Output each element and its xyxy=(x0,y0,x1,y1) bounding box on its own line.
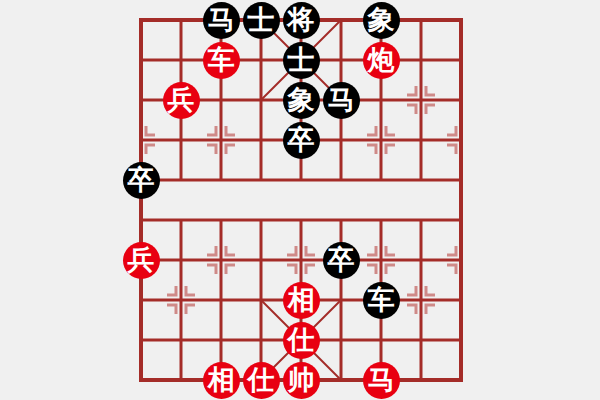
xiangqi-board[interactable]: 马士将象士象马卒卒卒车车炮兵兵相仕相仕帅马 xyxy=(121,0,481,400)
piece-black-soldier[interactable]: 卒 xyxy=(281,120,321,160)
piece-glyph: 炮 xyxy=(363,42,400,79)
pieces-layer: 马士将象士象马卒卒卒车车炮兵兵相仕相仕帅马 xyxy=(121,0,481,400)
piece-glyph: 马 xyxy=(363,362,400,399)
piece-red-soldier[interactable]: 兵 xyxy=(121,240,161,280)
piece-red-horse[interactable]: 马 xyxy=(361,360,401,400)
piece-glyph: 仕 xyxy=(243,362,280,399)
piece-glyph: 象 xyxy=(363,2,400,39)
xiangqi-app: 马士将象士象马卒卒卒车车炮兵兵相仕相仕帅马 xyxy=(0,0,600,400)
piece-red-advisor[interactable]: 仕 xyxy=(281,320,321,360)
piece-glyph: 卒 xyxy=(283,122,320,159)
piece-glyph: 士 xyxy=(243,2,280,39)
piece-red-elephant[interactable]: 相 xyxy=(281,280,321,320)
piece-glyph: 卒 xyxy=(323,242,360,279)
piece-glyph: 相 xyxy=(283,282,320,319)
piece-glyph: 马 xyxy=(323,82,360,119)
piece-glyph: 仕 xyxy=(283,322,320,359)
piece-black-advisor[interactable]: 士 xyxy=(281,40,321,80)
piece-red-advisor[interactable]: 仕 xyxy=(241,360,281,400)
piece-glyph: 相 xyxy=(203,362,240,399)
piece-black-chariot[interactable]: 车 xyxy=(361,280,401,320)
piece-glyph: 象 xyxy=(283,82,320,119)
piece-glyph: 将 xyxy=(283,2,320,39)
piece-black-horse[interactable]: 马 xyxy=(321,80,361,120)
piece-glyph: 车 xyxy=(363,282,400,319)
piece-glyph: 帅 xyxy=(283,362,320,399)
piece-black-elephant[interactable]: 象 xyxy=(361,0,401,40)
piece-black-general[interactable]: 将 xyxy=(281,0,321,40)
piece-red-general[interactable]: 帅 xyxy=(281,360,321,400)
piece-glyph: 士 xyxy=(283,42,320,79)
piece-glyph: 卒 xyxy=(123,162,160,199)
piece-glyph: 兵 xyxy=(123,242,160,279)
piece-red-soldier[interactable]: 兵 xyxy=(161,80,201,120)
piece-black-horse[interactable]: 马 xyxy=(201,0,241,40)
piece-black-soldier[interactable]: 卒 xyxy=(121,160,161,200)
piece-glyph: 车 xyxy=(203,42,240,79)
piece-glyph: 马 xyxy=(203,2,240,39)
piece-black-soldier[interactable]: 卒 xyxy=(321,240,361,280)
piece-black-advisor[interactable]: 士 xyxy=(241,0,281,40)
piece-red-cannon[interactable]: 炮 xyxy=(361,40,401,80)
piece-black-elephant[interactable]: 象 xyxy=(281,80,321,120)
piece-red-chariot[interactable]: 车 xyxy=(201,40,241,80)
piece-glyph: 兵 xyxy=(163,82,200,119)
piece-red-elephant[interactable]: 相 xyxy=(201,360,241,400)
